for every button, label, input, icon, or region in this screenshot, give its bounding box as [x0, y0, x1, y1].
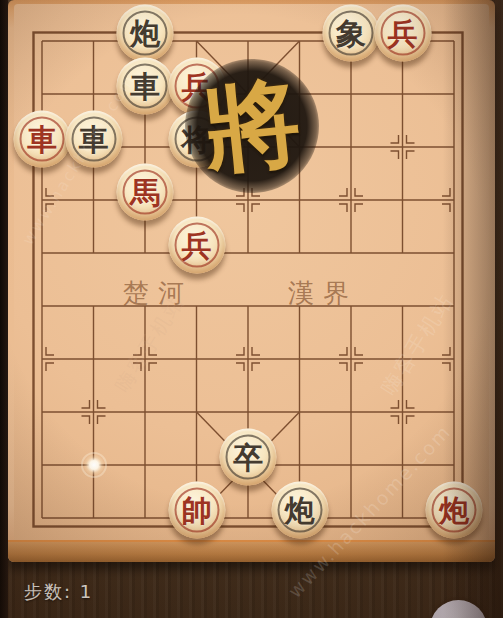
piece-glyph: 車	[79, 124, 109, 154]
piece-glyph: 炮	[439, 495, 469, 525]
xiangqi-app-screen: 楚河 漢界 炮象兵車兵車車将馬兵卒帥炮炮 將 www.hackhome.com …	[0, 0, 503, 618]
step-counter-label: 步数:	[24, 581, 72, 602]
floating-action-button[interactable]	[430, 600, 487, 618]
piece-black-r8c4[interactable]: 卒	[220, 429, 277, 486]
piece-glyph: 象	[336, 18, 366, 48]
board-bevel-edge	[8, 540, 495, 562]
piece-red-r9c3[interactable]: 帥	[168, 482, 225, 539]
piece-black-r2c1[interactable]: 車	[65, 111, 122, 168]
piece-black-r0c2[interactable]: 炮	[117, 5, 174, 62]
hint-glow-dot[interactable]	[83, 454, 105, 476]
piece-glyph: 馬	[130, 177, 160, 207]
step-counter: 步数: 1	[24, 580, 93, 604]
step-counter-value: 1	[80, 581, 93, 602]
piece-black-r0c6[interactable]: 象	[323, 5, 380, 62]
piece-red-r4c3[interactable]: 兵	[168, 217, 225, 274]
piece-red-r2c0[interactable]: 車	[14, 111, 71, 168]
piece-red-r9c8[interactable]: 炮	[426, 482, 483, 539]
piece-glyph: 兵	[182, 230, 212, 260]
piece-red-r0c7[interactable]: 兵	[374, 5, 431, 62]
piece-glyph: 帥	[182, 495, 212, 525]
piece-glyph: 車	[27, 124, 57, 154]
piece-glyph: 兵	[388, 18, 418, 48]
check-stamp-glyph: 將	[199, 73, 305, 179]
piece-glyph: 卒	[233, 442, 263, 472]
piece-glyph: 炮	[130, 18, 160, 48]
piece-black-r1c2[interactable]: 車	[117, 58, 174, 115]
check-stamp: 將	[185, 59, 319, 193]
piece-glyph: 炮	[285, 495, 315, 525]
piece-red-r3c2[interactable]: 馬	[117, 164, 174, 221]
piece-glyph: 車	[130, 71, 160, 101]
screen-left-edge	[0, 0, 8, 618]
piece-black-r9c5[interactable]: 炮	[271, 482, 328, 539]
